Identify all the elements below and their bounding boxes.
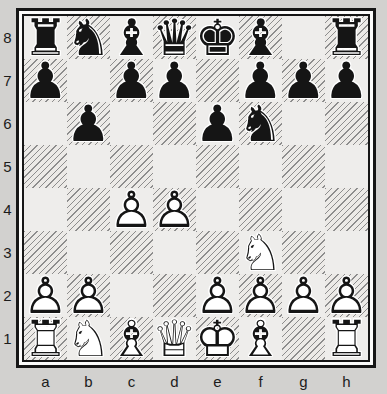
- white-pawn-fill: ♟: [325, 274, 368, 317]
- square-a7[interactable]: ♟: [24, 59, 67, 102]
- square-d2[interactable]: [153, 274, 196, 317]
- square-c7[interactable]: ♟: [110, 59, 153, 102]
- square-d1[interactable]: ♛♕: [153, 317, 196, 360]
- square-d8[interactable]: ♛: [153, 16, 196, 59]
- black-queen-icon: ♛: [153, 16, 196, 59]
- chess-diagram: 87654321 ♜♞♝♛♚♝♜♟♟♟♟♟♟♟♟♞♟♙♟♙♞♘♟♙♟♙♟♙♟♙♟…: [0, 0, 387, 394]
- white-pawn-fill: ♟: [282, 274, 325, 317]
- rank-label-7: 7: [0, 59, 15, 102]
- square-h3[interactable]: [325, 231, 368, 274]
- square-e1[interactable]: ♚♔: [196, 317, 239, 360]
- black-bishop-icon: ♝: [110, 16, 153, 59]
- square-g2[interactable]: ♟♙: [282, 274, 325, 317]
- chess-board: ♜♞♝♛♚♝♜♟♟♟♟♟♟♟♟♞♟♙♟♙♞♘♟♙♟♙♟♙♟♙♟♙♟♙♜♖♞♘♝♗…: [24, 16, 368, 360]
- square-b8[interactable]: ♞: [67, 16, 110, 59]
- square-c4[interactable]: ♟♙: [110, 188, 153, 231]
- square-c8[interactable]: ♝: [110, 16, 153, 59]
- square-d3[interactable]: [153, 231, 196, 274]
- square-g8[interactable]: [282, 16, 325, 59]
- square-a1[interactable]: ♜♖: [24, 317, 67, 360]
- white-knight-icon: ♘: [67, 317, 110, 360]
- rank-label-8: 8: [0, 16, 15, 59]
- square-c5[interactable]: [110, 145, 153, 188]
- square-e8[interactable]: ♚: [196, 16, 239, 59]
- white-rook-fill: ♜: [24, 317, 67, 360]
- square-g1[interactable]: [282, 317, 325, 360]
- square-b7[interactable]: [67, 59, 110, 102]
- rank-label-4: 4: [0, 188, 15, 231]
- square-c6[interactable]: [110, 102, 153, 145]
- white-pawn-icon: ♙: [24, 274, 67, 317]
- white-king-icon: ♔: [196, 317, 239, 360]
- square-d6[interactable]: [153, 102, 196, 145]
- square-e3[interactable]: [196, 231, 239, 274]
- square-b2[interactable]: ♟♙: [67, 274, 110, 317]
- white-pawn-icon: ♙: [110, 188, 153, 231]
- file-label-e: e: [196, 370, 239, 392]
- white-bishop-icon: ♗: [110, 317, 153, 360]
- black-pawn-icon: ♟: [153, 59, 196, 102]
- square-g7[interactable]: ♟: [282, 59, 325, 102]
- square-b1[interactable]: ♞♘: [67, 317, 110, 360]
- square-b3[interactable]: [67, 231, 110, 274]
- square-a2[interactable]: ♟♙: [24, 274, 67, 317]
- square-e6[interactable]: ♟: [196, 102, 239, 145]
- black-knight-icon: ♞: [239, 102, 282, 145]
- square-b5[interactable]: [67, 145, 110, 188]
- file-label-c: c: [110, 370, 153, 392]
- black-rook-icon: ♜: [325, 16, 368, 59]
- file-label-b: b: [67, 370, 110, 392]
- square-f4[interactable]: [239, 188, 282, 231]
- black-knight-icon: ♞: [67, 16, 110, 59]
- white-pawn-fill: ♟: [67, 274, 110, 317]
- file-label-g: g: [282, 370, 325, 392]
- square-e4[interactable]: [196, 188, 239, 231]
- square-g6[interactable]: [282, 102, 325, 145]
- square-a6[interactable]: [24, 102, 67, 145]
- board-inner-frame: ♜♞♝♛♚♝♜♟♟♟♟♟♟♟♟♞♟♙♟♙♞♘♟♙♟♙♟♙♟♙♟♙♟♙♜♖♞♘♝♗…: [22, 14, 370, 362]
- square-c2[interactable]: [110, 274, 153, 317]
- black-pawn-icon: ♟: [67, 102, 110, 145]
- square-e2[interactable]: ♟♙: [196, 274, 239, 317]
- file-label-a: a: [24, 370, 67, 392]
- white-pawn-icon: ♙: [153, 188, 196, 231]
- board-frame: ♜♞♝♛♚♝♜♟♟♟♟♟♟♟♟♞♟♙♟♙♞♘♟♙♟♙♟♙♟♙♟♙♟♙♜♖♞♘♝♗…: [16, 8, 376, 368]
- black-pawn-icon: ♟: [196, 102, 239, 145]
- square-h2[interactable]: ♟♙: [325, 274, 368, 317]
- square-a5[interactable]: [24, 145, 67, 188]
- white-queen-fill: ♛: [153, 317, 196, 360]
- black-king-icon: ♚: [196, 16, 239, 59]
- black-pawn-icon: ♟: [325, 59, 368, 102]
- black-pawn-icon: ♟: [110, 59, 153, 102]
- black-rook-icon: ♜: [24, 16, 67, 59]
- white-pawn-icon: ♙: [282, 274, 325, 317]
- square-g5[interactable]: [282, 145, 325, 188]
- white-bishop-fill: ♝: [110, 317, 153, 360]
- square-h4[interactable]: [325, 188, 368, 231]
- square-c1[interactable]: ♝♗: [110, 317, 153, 360]
- file-label-h: h: [325, 370, 368, 392]
- file-label-d: d: [153, 370, 196, 392]
- white-pawn-icon: ♙: [67, 274, 110, 317]
- square-f6[interactable]: ♞: [239, 102, 282, 145]
- square-a8[interactable]: ♜: [24, 16, 67, 59]
- square-f1[interactable]: ♝♗: [239, 317, 282, 360]
- square-f5[interactable]: [239, 145, 282, 188]
- white-queen-icon: ♕: [153, 317, 196, 360]
- rank-labels: 87654321: [0, 16, 15, 360]
- page: { "game": "chess", "position": { "fen": …: [0, 0, 387, 394]
- white-rook-fill: ♜: [325, 317, 368, 360]
- white-pawn-icon: ♙: [196, 274, 239, 317]
- square-e5[interactable]: [196, 145, 239, 188]
- square-b4[interactable]: [67, 188, 110, 231]
- square-g3[interactable]: [282, 231, 325, 274]
- square-f3[interactable]: ♞♘: [239, 231, 282, 274]
- square-h5[interactable]: [325, 145, 368, 188]
- black-pawn-icon: ♟: [24, 59, 67, 102]
- square-a3[interactable]: [24, 231, 67, 274]
- square-b6[interactable]: ♟: [67, 102, 110, 145]
- black-pawn-icon: ♟: [239, 59, 282, 102]
- rank-label-1: 1: [0, 317, 15, 360]
- white-pawn-icon: ♙: [325, 274, 368, 317]
- white-knight-fill: ♞: [239, 231, 282, 274]
- file-label-f: f: [239, 370, 282, 392]
- white-bishop-fill: ♝: [239, 317, 282, 360]
- white-pawn-fill: ♟: [196, 274, 239, 317]
- white-pawn-fill: ♟: [110, 188, 153, 231]
- square-d5[interactable]: [153, 145, 196, 188]
- square-a4[interactable]: [24, 188, 67, 231]
- rank-label-3: 3: [0, 231, 15, 274]
- square-h6[interactable]: [325, 102, 368, 145]
- white-pawn-fill: ♟: [239, 274, 282, 317]
- white-knight-icon: ♘: [239, 231, 282, 274]
- rank-label-5: 5: [0, 145, 15, 188]
- white-rook-icon: ♖: [24, 317, 67, 360]
- square-f8[interactable]: ♝: [239, 16, 282, 59]
- white-rook-icon: ♖: [325, 317, 368, 360]
- black-pawn-icon: ♟: [282, 59, 325, 102]
- rank-label-6: 6: [0, 102, 15, 145]
- file-labels: abcdefgh: [24, 370, 368, 392]
- square-f2[interactable]: ♟♙: [239, 274, 282, 317]
- white-pawn-icon: ♙: [239, 274, 282, 317]
- black-bishop-icon: ♝: [239, 16, 282, 59]
- square-g4[interactable]: [282, 188, 325, 231]
- square-d7[interactable]: ♟: [153, 59, 196, 102]
- rank-label-2: 2: [0, 274, 15, 317]
- square-h1[interactable]: ♜♖: [325, 317, 368, 360]
- square-h8[interactable]: ♜: [325, 16, 368, 59]
- square-e7[interactable]: [196, 59, 239, 102]
- square-d4[interactable]: ♟♙: [153, 188, 196, 231]
- square-c3[interactable]: [110, 231, 153, 274]
- white-knight-fill: ♞: [67, 317, 110, 360]
- white-king-fill: ♚: [196, 317, 239, 360]
- white-pawn-fill: ♟: [24, 274, 67, 317]
- square-f7[interactable]: ♟: [239, 59, 282, 102]
- white-pawn-fill: ♟: [153, 188, 196, 231]
- square-h7[interactable]: ♟: [325, 59, 368, 102]
- white-bishop-icon: ♗: [239, 317, 282, 360]
